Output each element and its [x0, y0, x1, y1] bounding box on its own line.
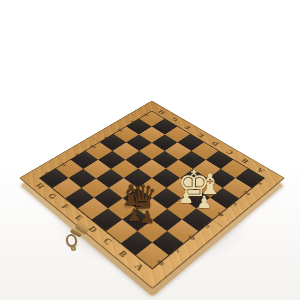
perspective-scene: HGFEDCBA HGFEDCBA 12345678 12345678 [0, 0, 300, 300]
product-photo-stage: HGFEDCBA HGFEDCBA 12345678 12345678 ♝♚♟♝… [0, 0, 300, 300]
clasp-latch [62, 222, 98, 260]
chess-board: HGFEDCBA HGFEDCBA 12345678 12345678 [19, 101, 285, 290]
clasp-tip-icon [71, 246, 76, 251]
